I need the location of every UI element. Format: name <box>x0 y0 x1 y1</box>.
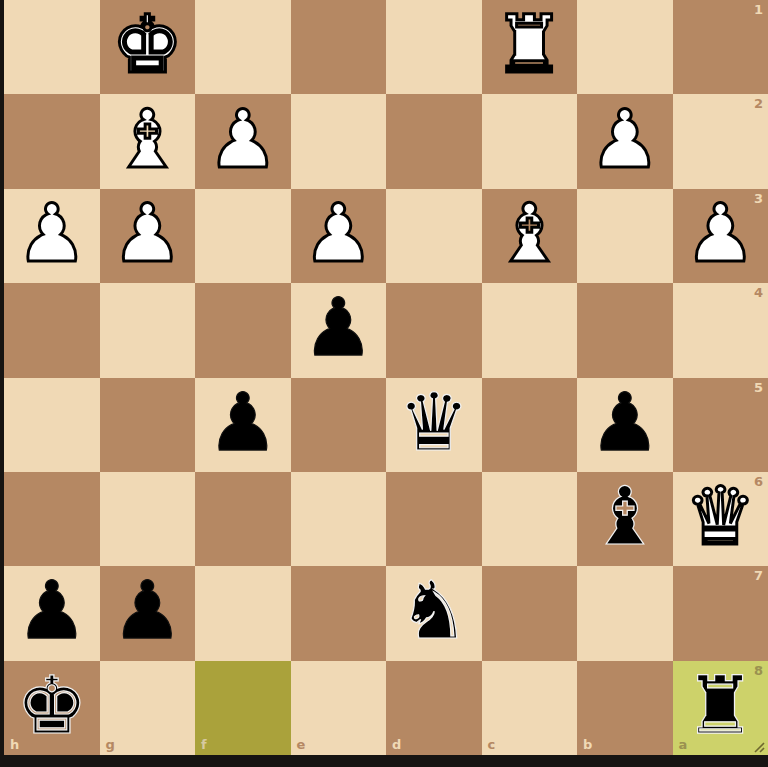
square-f2[interactable]: ♟ <box>195 94 291 188</box>
square-b2[interactable]: ♟ <box>577 94 673 188</box>
square-h2[interactable] <box>4 94 100 188</box>
square-g4[interactable] <box>100 283 196 377</box>
square-g7[interactable]: ♟ <box>100 566 196 660</box>
black-pawn[interactable]: ♟ <box>207 383 279 463</box>
square-e7[interactable] <box>291 566 387 660</box>
file-label-d: d <box>392 738 401 751</box>
square-c7[interactable] <box>482 566 578 660</box>
square-e2[interactable] <box>291 94 387 188</box>
square-a6[interactable]: 6♛ <box>673 472 768 566</box>
square-h6[interactable] <box>4 472 100 566</box>
white-pawn[interactable]: ♟ <box>111 194 183 274</box>
board-resize-handle[interactable] <box>751 739 765 753</box>
square-d7[interactable]: ♞ <box>386 566 482 660</box>
square-f3[interactable] <box>195 189 291 283</box>
square-c5[interactable] <box>482 378 578 472</box>
white-queen[interactable]: ♛ <box>684 477 756 557</box>
black-rook[interactable]: ♜ <box>684 666 756 746</box>
square-b8[interactable]: b <box>577 661 673 755</box>
square-e3[interactable]: ♟ <box>291 189 387 283</box>
white-pawn[interactable]: ♟ <box>16 194 88 274</box>
square-d8[interactable]: d <box>386 661 482 755</box>
square-a5[interactable]: 5 <box>673 378 768 472</box>
black-pawn[interactable]: ♟ <box>111 571 183 651</box>
square-b3[interactable] <box>577 189 673 283</box>
white-rook[interactable]: ♜ <box>493 5 565 85</box>
square-a3[interactable]: 3♟ <box>673 189 768 283</box>
square-f5[interactable]: ♟ <box>195 378 291 472</box>
square-e5[interactable] <box>291 378 387 472</box>
square-h8[interactable]: h♚ <box>4 661 100 755</box>
white-pawn[interactable]: ♟ <box>302 194 374 274</box>
white-pawn[interactable]: ♟ <box>589 100 661 180</box>
rank-label-1: 1 <box>754 3 763 16</box>
square-f7[interactable] <box>195 566 291 660</box>
white-king[interactable]: ♚ <box>111 5 183 85</box>
square-h1[interactable] <box>4 0 100 94</box>
black-queen[interactable]: ♛ <box>398 383 470 463</box>
file-label-c: c <box>488 738 496 751</box>
black-pawn[interactable]: ♟ <box>16 571 88 651</box>
square-d5[interactable]: ♛ <box>386 378 482 472</box>
square-c1[interactable]: ♜ <box>482 0 578 94</box>
square-a2[interactable]: 2 <box>673 94 768 188</box>
rank-label-4: 4 <box>754 286 763 299</box>
square-c3[interactable]: ♝ <box>482 189 578 283</box>
square-f1[interactable] <box>195 0 291 94</box>
square-f6[interactable] <box>195 472 291 566</box>
rank-label-2: 2 <box>754 97 763 110</box>
square-h5[interactable] <box>4 378 100 472</box>
square-a1[interactable]: 1 <box>673 0 768 94</box>
square-d6[interactable] <box>386 472 482 566</box>
square-g8[interactable]: g <box>100 661 196 755</box>
square-g1[interactable]: ♚ <box>100 0 196 94</box>
rank-label-7: 7 <box>754 569 763 582</box>
chess-board: ♚♜1♝♟♟2♟♟♟♝3♟♟4♟♛♟5♝6♛♟♟♞7h♚gfedcb8a♜ <box>4 0 768 755</box>
square-g2[interactable]: ♝ <box>100 94 196 188</box>
square-b1[interactable] <box>577 0 673 94</box>
square-d4[interactable] <box>386 283 482 377</box>
square-e1[interactable] <box>291 0 387 94</box>
square-d3[interactable] <box>386 189 482 283</box>
square-e4[interactable]: ♟ <box>291 283 387 377</box>
white-bishop[interactable]: ♝ <box>493 194 565 274</box>
file-label-e: e <box>297 738 306 751</box>
square-g6[interactable] <box>100 472 196 566</box>
black-pawn[interactable]: ♟ <box>302 288 374 368</box>
black-knight[interactable]: ♞ <box>398 571 470 651</box>
square-e6[interactable] <box>291 472 387 566</box>
square-b4[interactable] <box>577 283 673 377</box>
square-d1[interactable] <box>386 0 482 94</box>
square-e8[interactable]: e <box>291 661 387 755</box>
square-h7[interactable]: ♟ <box>4 566 100 660</box>
black-bishop[interactable]: ♝ <box>589 477 661 557</box>
square-a4[interactable]: 4 <box>673 283 768 377</box>
square-h3[interactable]: ♟ <box>4 189 100 283</box>
white-pawn[interactable]: ♟ <box>684 194 756 274</box>
square-g5[interactable] <box>100 378 196 472</box>
square-a7[interactable]: 7 <box>673 566 768 660</box>
page-background: ♚♜1♝♟♟2♟♟♟♝3♟♟4♟♛♟5♝6♛♟♟♞7h♚gfedcb8a♜ <box>0 0 768 767</box>
white-pawn[interactable]: ♟ <box>207 100 279 180</box>
square-b7[interactable] <box>577 566 673 660</box>
square-g3[interactable]: ♟ <box>100 189 196 283</box>
square-c4[interactable] <box>482 283 578 377</box>
file-label-b: b <box>583 738 592 751</box>
file-label-f: f <box>201 738 207 751</box>
square-d2[interactable] <box>386 94 482 188</box>
square-f4[interactable] <box>195 283 291 377</box>
square-c2[interactable] <box>482 94 578 188</box>
square-h4[interactable] <box>4 283 100 377</box>
square-b5[interactable]: ♟ <box>577 378 673 472</box>
black-pawn[interactable]: ♟ <box>589 383 661 463</box>
rank-label-5: 5 <box>754 381 763 394</box>
square-b6[interactable]: ♝ <box>577 472 673 566</box>
square-c6[interactable] <box>482 472 578 566</box>
square-f8[interactable]: f <box>195 661 291 755</box>
square-c8[interactable]: c <box>482 661 578 755</box>
white-bishop[interactable]: ♝ <box>111 100 183 180</box>
black-king[interactable]: ♚ <box>16 666 88 746</box>
file-label-g: g <box>106 738 115 751</box>
